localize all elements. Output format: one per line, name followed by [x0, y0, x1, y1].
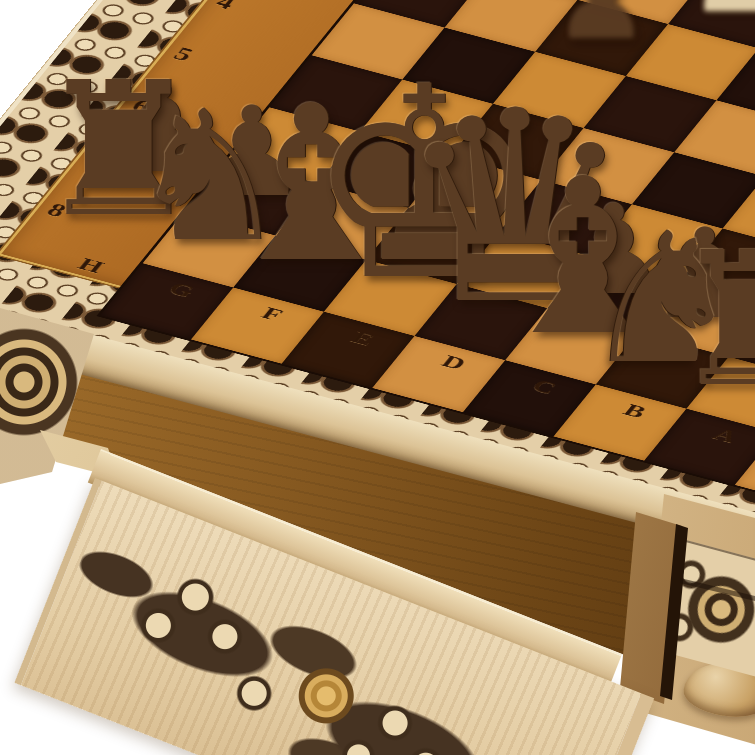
product-photo-scene: HGFEDCBA87654321 ♜♞♝♚♛♝♞♜♟♟♟♟♟♟♟	[0, 0, 755, 755]
